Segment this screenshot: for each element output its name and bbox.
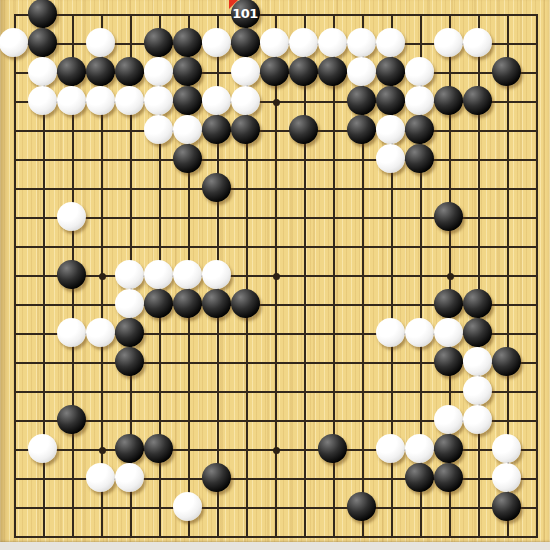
stone-white bbox=[376, 434, 405, 463]
star-point bbox=[273, 447, 280, 454]
stone-white bbox=[434, 318, 463, 347]
stone-black bbox=[231, 115, 260, 144]
stone-white bbox=[405, 434, 434, 463]
stone-white bbox=[492, 463, 521, 492]
stone-white bbox=[289, 28, 318, 57]
stone-white bbox=[463, 347, 492, 376]
stone-white bbox=[434, 405, 463, 434]
stone-white bbox=[28, 57, 57, 86]
stone-black bbox=[376, 57, 405, 86]
stone-black bbox=[86, 57, 115, 86]
stone-white bbox=[492, 434, 521, 463]
stone-white bbox=[347, 57, 376, 86]
stone-black bbox=[115, 318, 144, 347]
stone-white bbox=[376, 28, 405, 57]
stone-white bbox=[260, 28, 289, 57]
stone-white bbox=[86, 86, 115, 115]
stone-white bbox=[318, 28, 347, 57]
stone-white bbox=[173, 260, 202, 289]
stone-white bbox=[202, 86, 231, 115]
stone-black bbox=[202, 115, 231, 144]
stone-white bbox=[347, 28, 376, 57]
board-bottom-edge bbox=[0, 542, 550, 550]
stone-white bbox=[405, 57, 434, 86]
stone-black bbox=[492, 57, 521, 86]
stone-black bbox=[115, 57, 144, 86]
stone-white bbox=[231, 57, 260, 86]
stone-black bbox=[492, 492, 521, 521]
stone-black bbox=[434, 463, 463, 492]
stone-white bbox=[115, 289, 144, 318]
stone-black bbox=[173, 86, 202, 115]
star-point bbox=[99, 273, 106, 280]
stone-white bbox=[376, 318, 405, 347]
stone-black bbox=[434, 434, 463, 463]
stone-black bbox=[57, 260, 86, 289]
stone-black bbox=[434, 289, 463, 318]
star-point bbox=[447, 273, 454, 280]
stone-black bbox=[463, 86, 492, 115]
stone-black bbox=[434, 347, 463, 376]
stone-black: 101 bbox=[231, 0, 260, 28]
stone-black bbox=[57, 57, 86, 86]
stone-white bbox=[231, 86, 260, 115]
stone-black bbox=[347, 115, 376, 144]
stone-black bbox=[173, 289, 202, 318]
stone-black bbox=[173, 144, 202, 173]
stone-black bbox=[463, 318, 492, 347]
stone-white bbox=[57, 318, 86, 347]
stone-white bbox=[144, 115, 173, 144]
stone-black bbox=[202, 463, 231, 492]
stone-black bbox=[28, 28, 57, 57]
stone-black bbox=[463, 289, 492, 318]
stone-black bbox=[231, 289, 260, 318]
stone-black bbox=[318, 434, 347, 463]
stone-white bbox=[463, 28, 492, 57]
stone-black bbox=[405, 463, 434, 492]
stone-black bbox=[405, 115, 434, 144]
stone-black bbox=[115, 347, 144, 376]
stone-black bbox=[173, 28, 202, 57]
stone-white bbox=[463, 405, 492, 434]
stone-black bbox=[434, 86, 463, 115]
stone-black bbox=[405, 144, 434, 173]
stone-white bbox=[405, 318, 434, 347]
stone-black bbox=[289, 115, 318, 144]
stone-white bbox=[405, 86, 434, 115]
stone-black bbox=[347, 492, 376, 521]
stone-black bbox=[231, 28, 260, 57]
stone-white bbox=[57, 202, 86, 231]
stone-white bbox=[115, 86, 144, 115]
stone-white bbox=[144, 57, 173, 86]
stone-white bbox=[173, 492, 202, 521]
stone-white bbox=[376, 144, 405, 173]
stone-white bbox=[86, 463, 115, 492]
stone-white bbox=[86, 318, 115, 347]
stone-black bbox=[144, 434, 173, 463]
stone-white bbox=[115, 463, 144, 492]
stone-white bbox=[28, 86, 57, 115]
star-point bbox=[273, 99, 280, 106]
stone-white bbox=[376, 115, 405, 144]
stone-black bbox=[492, 347, 521, 376]
stone-white bbox=[144, 260, 173, 289]
stone-black bbox=[144, 289, 173, 318]
stone-black bbox=[347, 86, 376, 115]
stone-black bbox=[434, 202, 463, 231]
stone-white bbox=[0, 28, 28, 57]
stone-white bbox=[28, 434, 57, 463]
stone-black bbox=[144, 28, 173, 57]
go-board[interactable]: 101 bbox=[0, 0, 550, 546]
stone-white bbox=[57, 86, 86, 115]
stone-black bbox=[260, 57, 289, 86]
star-point bbox=[273, 273, 280, 280]
stone-white bbox=[115, 260, 144, 289]
stone-black bbox=[318, 57, 347, 86]
stone-white bbox=[463, 376, 492, 405]
stone-white bbox=[144, 86, 173, 115]
stone-black bbox=[376, 86, 405, 115]
star-point bbox=[99, 447, 106, 454]
stone-white bbox=[202, 260, 231, 289]
stone-black bbox=[115, 434, 144, 463]
stone-white bbox=[86, 28, 115, 57]
stone-white bbox=[434, 28, 463, 57]
stone-white bbox=[173, 115, 202, 144]
stone-black bbox=[28, 0, 57, 28]
stone-black bbox=[173, 57, 202, 86]
stone-black bbox=[202, 173, 231, 202]
stone-black bbox=[289, 57, 318, 86]
stone-white bbox=[202, 28, 231, 57]
move-number-label: 101 bbox=[231, 0, 260, 28]
stone-black bbox=[202, 289, 231, 318]
stone-black bbox=[57, 405, 86, 434]
